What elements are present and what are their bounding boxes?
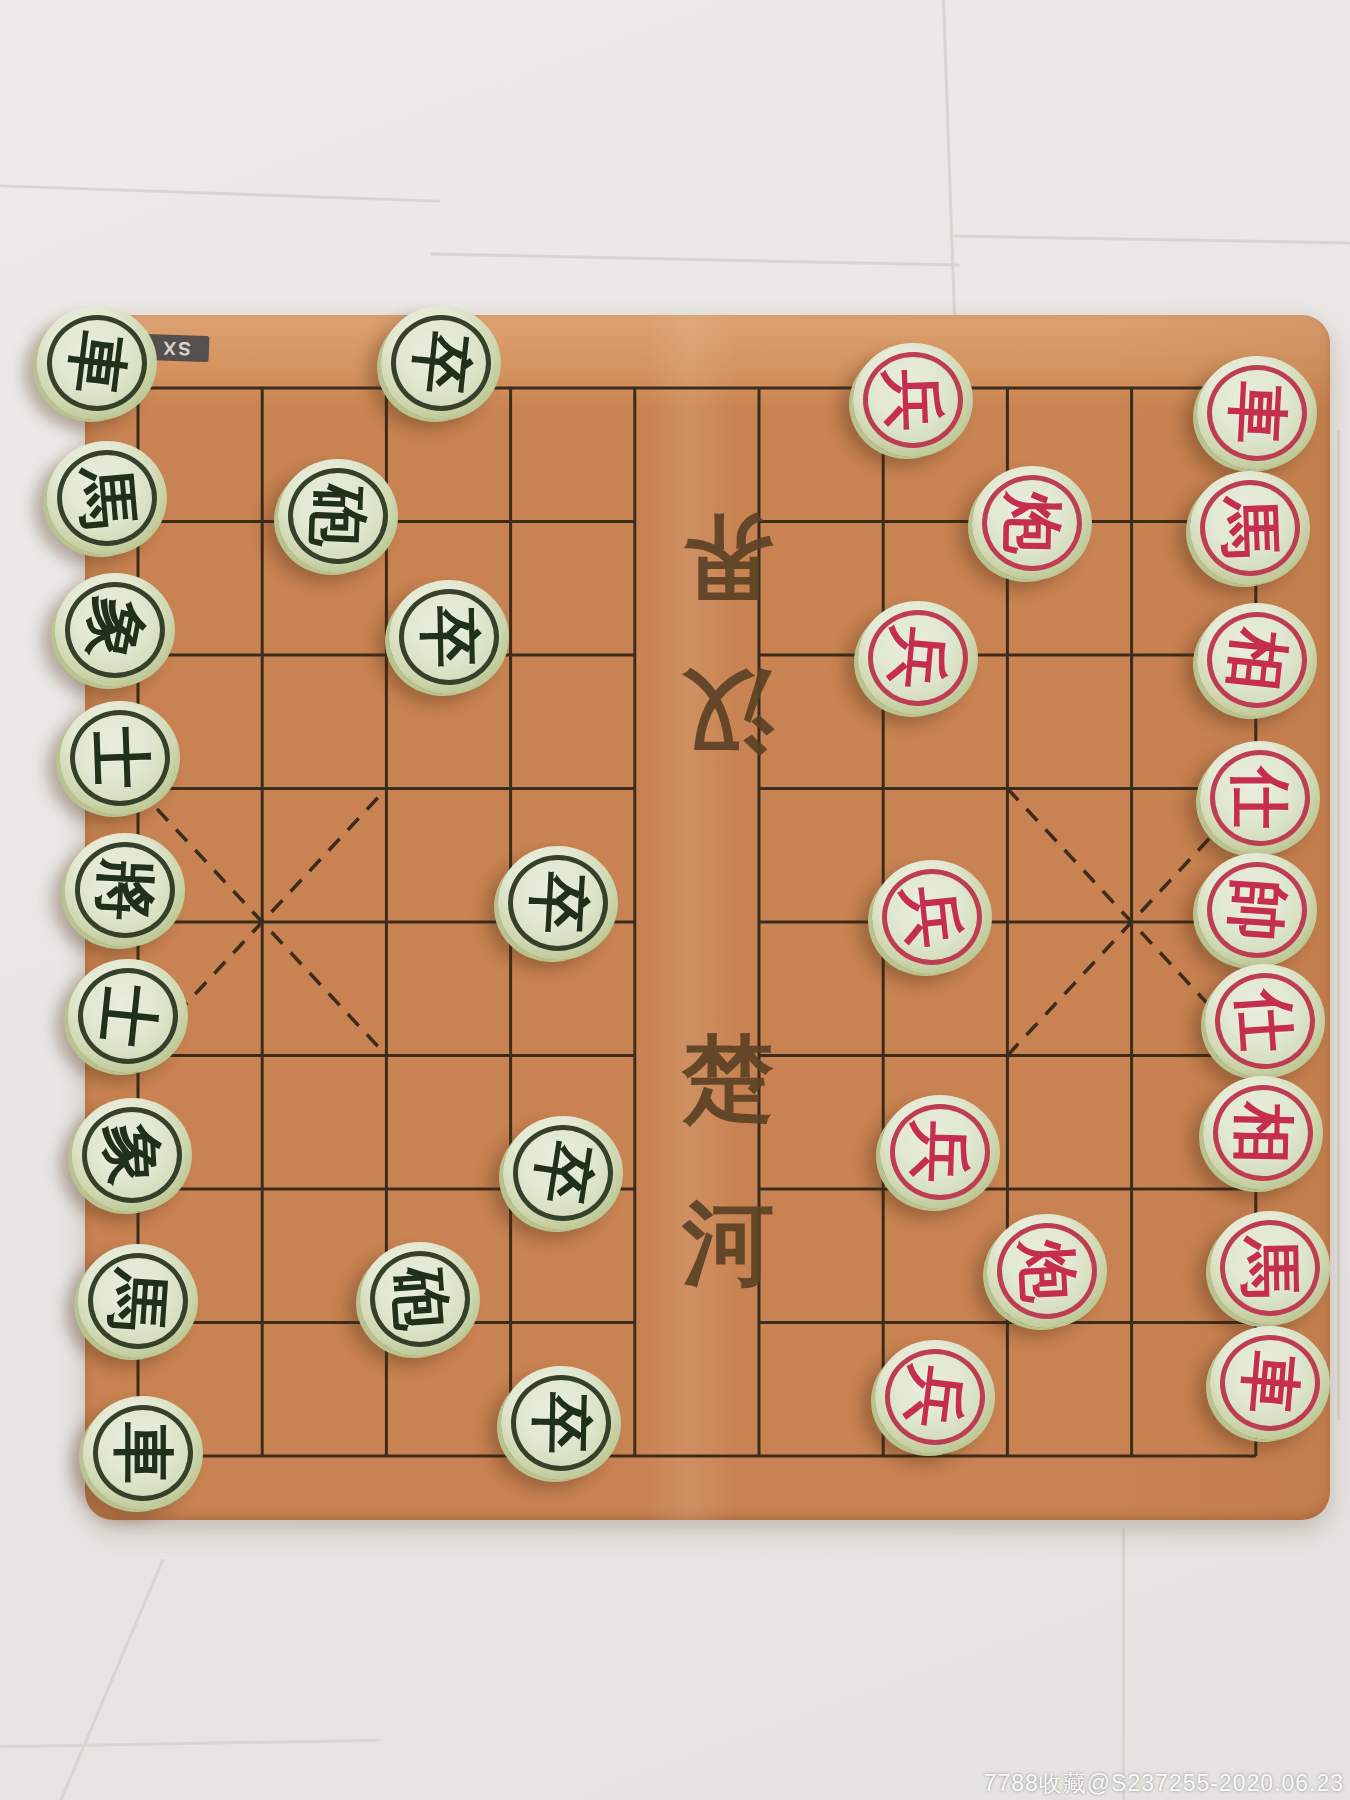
river-label-汉: 汉	[668, 652, 788, 772]
tile-seam	[1337, 430, 1340, 1420]
piece-red-soldier[interactable]: 兵	[880, 1095, 1000, 1209]
piece-character: 相	[1194, 594, 1320, 725]
piece-character: 車	[1208, 1318, 1332, 1447]
piece-character: 卒	[378, 297, 504, 428]
piece-character: 仕	[1203, 738, 1317, 858]
piece-red-soldier[interactable]: 兵	[872, 860, 992, 974]
piece-character: 炮	[974, 462, 1090, 584]
piece-character: 馬	[1191, 466, 1309, 590]
piece-character: 砲	[359, 1235, 481, 1363]
piece-black-general[interactable]: 將	[65, 833, 185, 947]
piece-character: 馬	[77, 1237, 199, 1365]
piece-black-soldier[interactable]: 卒	[381, 306, 501, 420]
piece-black-soldier[interactable]: 卒	[498, 846, 618, 960]
piece-character: 卒	[503, 1362, 619, 1484]
piece-character: 相	[1205, 1072, 1321, 1194]
piece-red-soldier[interactable]: 兵	[858, 601, 978, 715]
piece-red-elephant[interactable]: 相	[1203, 1076, 1323, 1190]
piece-character: 馬	[1212, 1207, 1328, 1329]
tile-seam	[0, 184, 440, 202]
piece-red-advisor[interactable]: 仕	[1200, 741, 1320, 855]
piece-character: 砲	[279, 454, 397, 578]
piece-character: 將	[65, 827, 185, 953]
piece-black-elephant[interactable]: 象	[72, 1098, 192, 1212]
tile-seam	[54, 1558, 164, 1800]
piece-red-horse[interactable]: 馬	[1190, 471, 1310, 585]
piece-character: 炮	[987, 1208, 1107, 1334]
piece-character: 卒	[498, 840, 618, 966]
tile-seam	[0, 1739, 380, 1749]
piece-character: 仕	[1204, 957, 1326, 1085]
piece-black-soldier[interactable]: 卒	[389, 580, 509, 694]
piece-black-elephant[interactable]: 象	[55, 573, 175, 687]
piece-character: 車	[86, 1393, 200, 1513]
piece-character: 兵	[854, 338, 972, 462]
piece-character: 車	[1197, 350, 1317, 476]
piece-red-soldier[interactable]: 兵	[875, 1340, 995, 1454]
piece-black-horse[interactable]: 馬	[47, 441, 167, 555]
piece-red-cannon[interactable]: 炮	[987, 1214, 1107, 1328]
piece-red-elephant[interactable]: 相	[1197, 603, 1317, 717]
piece-character: 兵	[856, 593, 980, 722]
river-label-河: 河	[668, 1183, 788, 1303]
piece-character: 士	[61, 696, 179, 820]
piece-black-advisor[interactable]: 士	[68, 959, 188, 1073]
photo-scene: { "game": "xiangqi (Chinese chess)", "sc…	[0, 0, 1350, 1800]
tile-seam	[942, 0, 957, 345]
tile-seam	[1122, 1528, 1125, 1800]
piece-red-general[interactable]: 帥	[1197, 853, 1317, 967]
piece-character: 兵	[871, 1331, 999, 1464]
piece-character: 兵	[881, 1090, 999, 1214]
piece-character: 卒	[391, 576, 507, 698]
piece-character: 士	[65, 950, 191, 1081]
piece-red-chariot[interactable]: 車	[1210, 1326, 1330, 1440]
piece-black-cannon[interactable]: 砲	[360, 1242, 480, 1356]
piece-black-cannon[interactable]: 砲	[278, 459, 398, 573]
watermark: 7788收藏@S237255-2020.06.23	[984, 1768, 1344, 1799]
tile-seam	[430, 252, 960, 266]
piece-character: 帥	[1196, 846, 1318, 974]
board-grid	[85, 315, 1330, 1520]
piece-character: 兵	[869, 851, 995, 982]
piece-red-horse[interactable]: 馬	[1210, 1211, 1330, 1325]
piece-red-chariot[interactable]: 車	[1197, 356, 1317, 470]
piece-red-advisor[interactable]: 仕	[1205, 964, 1325, 1078]
piece-black-chariot[interactable]: 車	[37, 306, 157, 420]
tile-seam	[952, 235, 1350, 245]
piece-black-soldier[interactable]: 卒	[501, 1366, 621, 1480]
xiangqi-board-mat: SX 界汉楚河車馬象士將士象馬車砲砲卒卒卒卒卒兵兵兵兵兵炮炮車馬相仕帥仕相馬車	[85, 315, 1330, 1520]
piece-black-chariot[interactable]: 車	[83, 1396, 203, 1510]
piece-character: 象	[48, 560, 183, 700]
river-label-楚: 楚	[668, 1018, 788, 1138]
piece-character: 車	[33, 297, 161, 430]
piece-red-soldier[interactable]: 兵	[853, 343, 973, 457]
piece-black-advisor[interactable]: 士	[60, 701, 180, 815]
piece-character: 馬	[45, 433, 169, 562]
piece-red-cannon[interactable]: 炮	[972, 466, 1092, 580]
river-label-界: 界	[668, 498, 788, 618]
piece-black-horse[interactable]: 馬	[78, 1244, 198, 1358]
piece-black-soldier[interactable]: 卒	[503, 1116, 623, 1230]
piece-character: 象	[72, 1092, 192, 1218]
piece-character: 卒	[497, 1105, 628, 1241]
